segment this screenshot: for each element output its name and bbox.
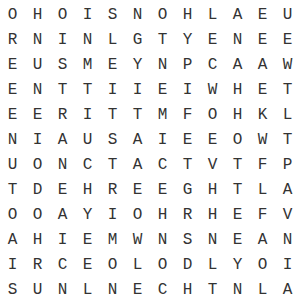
grid-cell-r11c7[interactable]: O (150, 252, 175, 277)
grid-cell-r12c8[interactable]: H (175, 277, 200, 302)
grid-cell-r3c8[interactable]: P (175, 52, 200, 77)
grid-cell-r1c9[interactable]: L (200, 2, 225, 27)
word-search-puzzle: OHOISNOHLAEURNINLGTYENEEEUSMEYNPCAAWENTT… (0, 0, 300, 304)
grid-cell-r3c3[interactable]: S (50, 52, 75, 77)
grid-cell-r7c10[interactable]: T (225, 152, 250, 177)
grid-cell-r8c4[interactable]: H (75, 177, 100, 202)
grid-cell-r8c6[interactable]: E (125, 177, 150, 202)
grid-cell-r4c2[interactable]: N (25, 77, 50, 102)
grid-cell-r10c10[interactable]: E (225, 227, 250, 252)
grid-cell-r5c4[interactable]: I (75, 102, 100, 127)
grid-cell-r7c4[interactable]: C (75, 152, 100, 177)
grid-cell-r1c3[interactable]: O (50, 2, 75, 27)
grid-cell-r8c1[interactable]: T (0, 177, 25, 202)
grid-cell-r9c6[interactable]: O (125, 202, 150, 227)
grid-cell-r6c3[interactable]: A (50, 127, 75, 152)
grid-cell-r1c6[interactable]: N (125, 2, 150, 27)
grid-cell-r11c1[interactable]: I (0, 252, 25, 277)
grid-cell-r2c11[interactable]: E (250, 27, 275, 52)
grid-cell-r7c12[interactable]: P (275, 152, 300, 177)
grid-cell-r12c12[interactable]: A (275, 277, 300, 302)
grid-cell-r10c11[interactable]: A (250, 227, 275, 252)
grid-cell-r3c12[interactable]: W (275, 52, 300, 77)
grid-cell-r1c5[interactable]: S (100, 2, 125, 27)
grid-cell-r10c9[interactable]: N (200, 227, 225, 252)
grid-cell-r1c4[interactable]: I (75, 2, 100, 27)
grid-cell-r10c1[interactable]: A (0, 227, 25, 252)
grid-cell-r5c2[interactable]: E (25, 102, 50, 127)
grid-cell-r11c12[interactable]: I (275, 252, 300, 277)
grid-cell-r5c9[interactable]: O (200, 102, 225, 127)
grid-cell-r11c5[interactable]: O (100, 252, 125, 277)
grid-cell-r7c11[interactable]: F (250, 152, 275, 177)
grid-cell-r3c5[interactable]: E (100, 52, 125, 77)
grid-cell-r12c9[interactable]: T (200, 277, 225, 302)
grid-cell-r8c3[interactable]: E (50, 177, 75, 202)
grid-cell-r7c7[interactable]: C (150, 152, 175, 177)
grid-cell-r5c6[interactable]: T (125, 102, 150, 127)
grid-cell-r9c7[interactable]: H (150, 202, 175, 227)
grid-cell-r6c4[interactable]: U (75, 127, 100, 152)
grid-cell-r12c2[interactable]: U (25, 277, 50, 302)
grid-cell-r9c1[interactable]: O (0, 202, 25, 227)
grid-cell-r10c6[interactable]: W (125, 227, 150, 252)
grid-cell-r4c5[interactable]: I (100, 77, 125, 102)
grid-cell-r1c7[interactable]: O (150, 2, 175, 27)
grid-cell-r4c10[interactable]: H (225, 77, 250, 102)
grid-cell-r2c5[interactable]: L (100, 27, 125, 52)
grid-cell-r9c3[interactable]: A (50, 202, 75, 227)
grid-cell-r9c8[interactable]: R (175, 202, 200, 227)
grid-cell-r2c6[interactable]: G (125, 27, 150, 52)
grid-cell-r6c9[interactable]: E (200, 127, 225, 152)
grid-cell-r7c2[interactable]: O (25, 152, 50, 177)
grid-cell-r1c11[interactable]: E (250, 2, 275, 27)
grid-cell-r4c8[interactable]: I (175, 77, 200, 102)
grid-cell-r11c8[interactable]: D (175, 252, 200, 277)
grid-cell-r9c12[interactable]: V (275, 202, 300, 227)
grid-cell-r6c10[interactable]: O (225, 127, 250, 152)
grid-cell-r3c9[interactable]: C (200, 52, 225, 77)
grid-cell-r3c11[interactable]: A (250, 52, 275, 77)
grid-cell-r6c12[interactable]: T (275, 127, 300, 152)
grid-cell-r6c1[interactable]: N (0, 127, 25, 152)
grid-cell-r5c12[interactable]: L (275, 102, 300, 127)
grid-cell-r5c10[interactable]: H (225, 102, 250, 127)
grid-cell-r12c7[interactable]: C (150, 277, 175, 302)
grid-cell-r5c5[interactable]: T (100, 102, 125, 127)
grid-cell-r8c5[interactable]: R (100, 177, 125, 202)
grid-cell-r1c1[interactable]: O (0, 2, 25, 27)
grid-cell-r10c2[interactable]: H (25, 227, 50, 252)
grid-cell-r8c12[interactable]: A (275, 177, 300, 202)
grid-cell-r8c11[interactable]: L (250, 177, 275, 202)
grid-cell-r8c7[interactable]: E (150, 177, 175, 202)
grid-cell-r12c5[interactable]: N (100, 277, 125, 302)
grid-cell-r12c4[interactable]: L (75, 277, 100, 302)
grid-cell-r12c6[interactable]: E (125, 277, 150, 302)
grid-cell-r2c12[interactable]: E (275, 27, 300, 52)
grid-cell-r6c6[interactable]: A (125, 127, 150, 152)
grid-cell-r6c11[interactable]: W (250, 127, 275, 152)
grid-cell-r12c3[interactable]: N (50, 277, 75, 302)
grid-cell-r2c7[interactable]: T (150, 27, 175, 52)
grid-cell-r2c3[interactable]: I (50, 27, 75, 52)
grid-cell-r1c2[interactable]: H (25, 2, 50, 27)
grid-cell-r4c1[interactable]: E (0, 77, 25, 102)
grid-cell-r7c6[interactable]: A (125, 152, 150, 177)
grid-cell-r3c2[interactable]: U (25, 52, 50, 77)
grid-cell-r8c9[interactable]: H (200, 177, 225, 202)
grid-cell-r11c11[interactable]: O (250, 252, 275, 277)
grid-cell-r2c4[interactable]: N (75, 27, 100, 52)
grid-cell-r9c9[interactable]: H (200, 202, 225, 227)
grid-cell-r8c2[interactable]: D (25, 177, 50, 202)
grid-cell-r6c8[interactable]: E (175, 127, 200, 152)
grid-cell-r11c6[interactable]: L (125, 252, 150, 277)
grid-cell-r7c8[interactable]: T (175, 152, 200, 177)
grid-cell-r3c4[interactable]: M (75, 52, 100, 77)
grid-cell-r3c10[interactable]: A (225, 52, 250, 77)
grid-cell-r10c8[interactable]: S (175, 227, 200, 252)
grid-cell-r9c5[interactable]: I (100, 202, 125, 227)
grid-cell-r11c2[interactable]: R (25, 252, 50, 277)
grid-cell-r9c4[interactable]: Y (75, 202, 100, 227)
grid-cell-r4c3[interactable]: T (50, 77, 75, 102)
grid-cell-r3c7[interactable]: N (150, 52, 175, 77)
grid-cell-r9c2[interactable]: O (25, 202, 50, 227)
grid-cell-r8c8[interactable]: G (175, 177, 200, 202)
grid-cell-r3c1[interactable]: E (0, 52, 25, 77)
grid-cell-r4c12[interactable]: T (275, 77, 300, 102)
grid-cell-r10c5[interactable]: M (100, 227, 125, 252)
grid-cell-r9c11[interactable]: F (250, 202, 275, 227)
grid-cell-r8c10[interactable]: T (225, 177, 250, 202)
grid-cell-r2c2[interactable]: N (25, 27, 50, 52)
grid-cell-r7c1[interactable]: U (0, 152, 25, 177)
grid-cell-r7c3[interactable]: N (50, 152, 75, 177)
grid-cell-r12c11[interactable]: L (250, 277, 275, 302)
grid-cell-r10c4[interactable]: E (75, 227, 100, 252)
grid-cell-r7c9[interactable]: V (200, 152, 225, 177)
grid-cell-r4c11[interactable]: E (250, 77, 275, 102)
grid-cell-r5c11[interactable]: K (250, 102, 275, 127)
grid-cell-r2c1[interactable]: R (0, 27, 25, 52)
grid-cell-r6c5[interactable]: S (100, 127, 125, 152)
grid-cell-r11c3[interactable]: C (50, 252, 75, 277)
grid-cell-r4c7[interactable]: E (150, 77, 175, 102)
grid-cell-r5c7[interactable]: M (150, 102, 175, 127)
grid-cell-r4c9[interactable]: W (200, 77, 225, 102)
grid-cell-r2c8[interactable]: Y (175, 27, 200, 52)
grid-cell-r11c4[interactable]: E (75, 252, 100, 277)
word-search-grid: OHOISNOHLAEURNINLGTYENEEEUSMEYNPCAAWENTT… (0, 2, 300, 302)
grid-cell-r4c6[interactable]: I (125, 77, 150, 102)
grid-cell-r5c8[interactable]: F (175, 102, 200, 127)
grid-cell-r4c4[interactable]: T (75, 77, 100, 102)
grid-cell-r10c7[interactable]: N (150, 227, 175, 252)
grid-cell-r1c12[interactable]: U (275, 2, 300, 27)
grid-cell-r11c9[interactable]: L (200, 252, 225, 277)
grid-cell-r10c3[interactable]: I (50, 227, 75, 252)
grid-cell-r10c12[interactable]: N (275, 227, 300, 252)
grid-cell-r9c10[interactable]: E (225, 202, 250, 227)
grid-cell-r3c6[interactable]: Y (125, 52, 150, 77)
grid-cell-r1c10[interactable]: A (225, 2, 250, 27)
grid-cell-r6c2[interactable]: I (25, 127, 50, 152)
grid-cell-r1c8[interactable]: H (175, 2, 200, 27)
grid-cell-r6c7[interactable]: I (150, 127, 175, 152)
grid-cell-r7c5[interactable]: T (100, 152, 125, 177)
grid-cell-r12c10[interactable]: N (225, 277, 250, 302)
grid-cell-r11c10[interactable]: Y (225, 252, 250, 277)
grid-cell-r2c9[interactable]: E (200, 27, 225, 52)
grid-cell-r12c1[interactable]: S (0, 277, 25, 302)
grid-cell-r2c10[interactable]: N (225, 27, 250, 52)
grid-cell-r5c3[interactable]: R (50, 102, 75, 127)
grid-cell-r5c1[interactable]: E (0, 102, 25, 127)
